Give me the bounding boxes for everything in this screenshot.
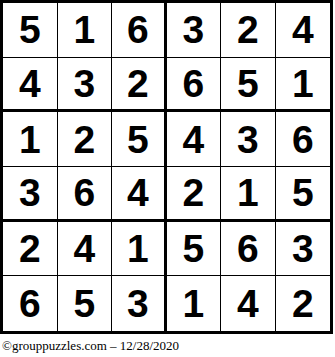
sudoku-board: 516324432651125436364215241563653142 — [0, 0, 333, 334]
cell-r4c1: 3 — [3, 167, 58, 222]
cell-r1c2: 1 — [58, 3, 113, 58]
cell-r6c4: 1 — [167, 276, 222, 331]
cell-r3c6: 6 — [276, 112, 331, 167]
cell-r5c1: 2 — [3, 222, 58, 277]
cell-r5c2: 4 — [58, 222, 113, 277]
cell-r3c1: 1 — [3, 112, 58, 167]
cell-r1c6: 4 — [276, 3, 331, 58]
cell-r4c2: 6 — [58, 167, 113, 222]
cell-r1c4: 3 — [167, 3, 222, 58]
cell-r1c1: 5 — [3, 3, 58, 58]
cell-r2c4: 6 — [167, 58, 222, 113]
copyright-credit: ©grouppuzzles.com – 12/28/2020 — [2, 338, 179, 354]
cell-r2c2: 3 — [58, 58, 113, 113]
cell-r2c1: 4 — [3, 58, 58, 113]
cell-r4c6: 5 — [276, 167, 331, 222]
cell-r6c6: 2 — [276, 276, 331, 331]
cell-r5c5: 6 — [221, 222, 276, 277]
cell-r5c6: 3 — [276, 222, 331, 277]
cell-r3c4: 4 — [167, 112, 222, 167]
cell-r4c4: 2 — [167, 167, 222, 222]
puzzle-page: 516324432651125436364215241563653142 ©gr… — [0, 0, 335, 357]
cell-r1c3: 6 — [112, 3, 167, 58]
cell-r6c2: 5 — [58, 276, 113, 331]
cell-r2c5: 5 — [221, 58, 276, 113]
cell-r3c2: 2 — [58, 112, 113, 167]
cell-r2c6: 1 — [276, 58, 331, 113]
cell-r6c1: 6 — [3, 276, 58, 331]
cell-r5c4: 5 — [167, 222, 222, 277]
cell-r4c5: 1 — [221, 167, 276, 222]
cell-r3c5: 3 — [221, 112, 276, 167]
cell-r6c3: 3 — [112, 276, 167, 331]
cell-r6c5: 4 — [221, 276, 276, 331]
cell-r5c3: 1 — [112, 222, 167, 277]
cell-r4c3: 4 — [112, 167, 167, 222]
cell-r1c5: 2 — [221, 3, 276, 58]
cell-r2c3: 2 — [112, 58, 167, 113]
cell-r3c3: 5 — [112, 112, 167, 167]
